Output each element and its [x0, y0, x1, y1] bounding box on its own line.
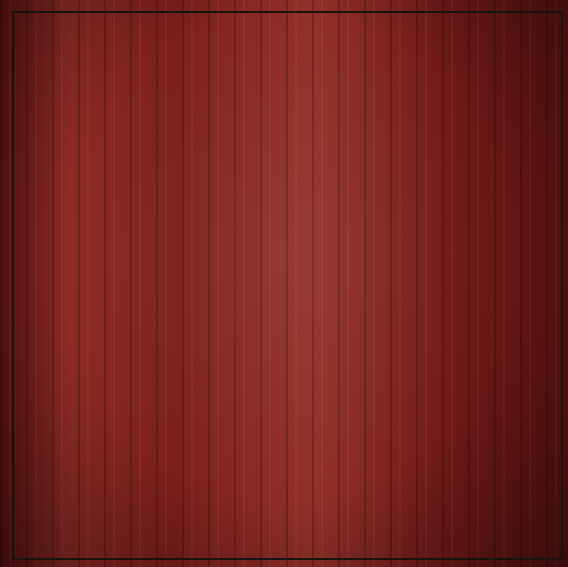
board-frame — [0, 0, 568, 567]
chess-board — [12, 11, 563, 560]
